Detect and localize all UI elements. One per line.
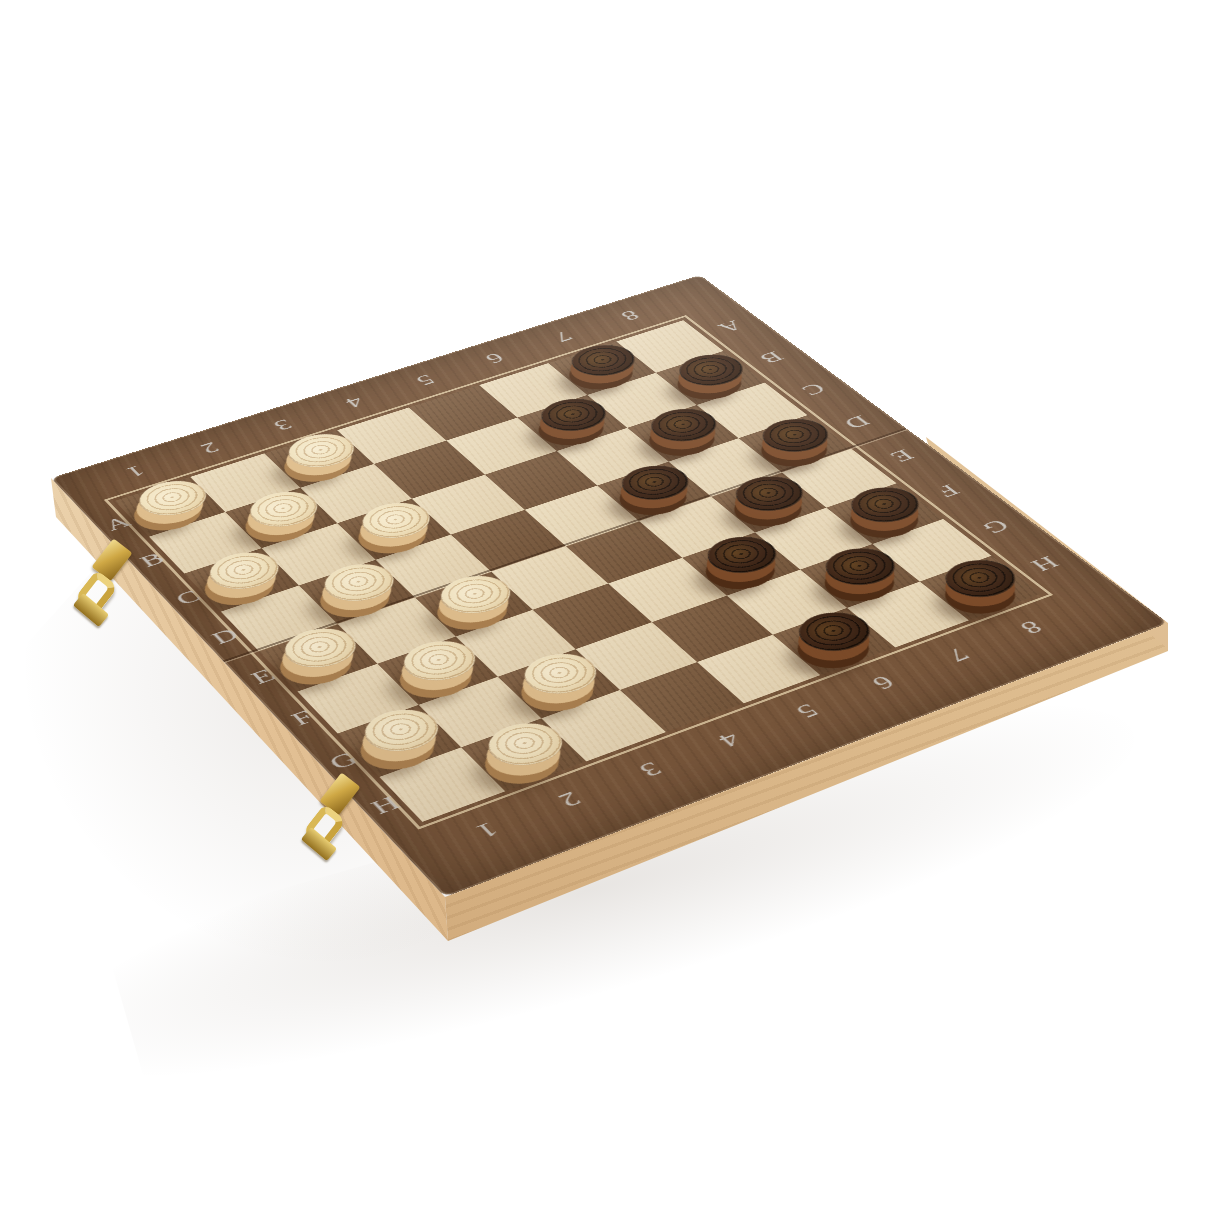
product-photo-stage: 1234567812345678ABCDEFGHABCDEFGH <box>0 0 1214 1214</box>
brass-clasp-upper <box>70 538 140 638</box>
label-number-bottom-2: 2 <box>554 788 587 811</box>
label-number-top-4: 4 <box>342 394 369 410</box>
label-number-bottom-4: 4 <box>714 729 747 751</box>
label-number-bottom-7: 7 <box>942 645 975 665</box>
label-letter-left-E: E <box>246 665 279 687</box>
label-letter-right-F: F <box>932 482 964 500</box>
label-number-top-6: 6 <box>482 350 509 366</box>
label-number-bottom-1: 1 <box>471 819 504 842</box>
label-number-top-3: 3 <box>270 417 297 434</box>
label-number-bottom-6: 6 <box>867 672 900 693</box>
label-number-bottom-5: 5 <box>791 701 824 722</box>
label-letter-left-F: F <box>286 707 318 729</box>
label-letter-right-G: G <box>978 517 1015 537</box>
label-number-top-7: 7 <box>550 329 577 345</box>
label-letter-right-C: C <box>797 381 830 399</box>
brass-clasp-lower <box>298 772 368 872</box>
label-letter-right-E: E <box>886 447 919 465</box>
label-number-top-1: 1 <box>122 463 149 480</box>
label-number-top-2: 2 <box>197 440 224 457</box>
label-number-top-8: 8 <box>617 308 644 323</box>
label-letter-right-B: B <box>755 349 787 366</box>
label-letter-right-A: A <box>714 318 747 335</box>
label-letter-right-H: H <box>1026 553 1064 574</box>
label-number-bottom-8: 8 <box>1015 618 1048 638</box>
label-number-top-5: 5 <box>412 372 439 388</box>
label-number-bottom-3: 3 <box>634 759 667 781</box>
label-letter-right-D: D <box>840 413 875 432</box>
